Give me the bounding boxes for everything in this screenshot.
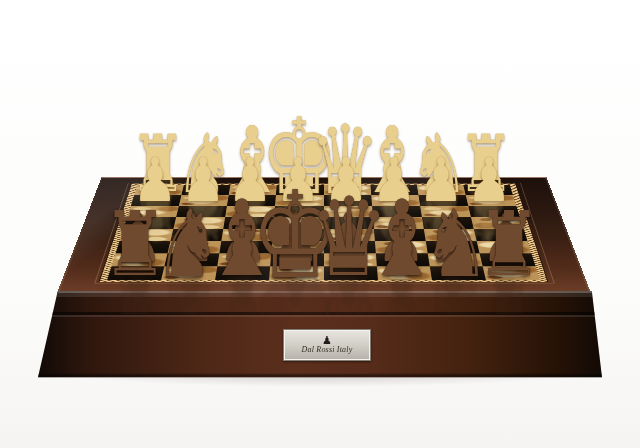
pieces-layer: ♜♞♝♚♛♝♞♜♟♟♟♟♟♟♟♟♟♟♟♟♟♟♟♟♜♞♝♚♛♝♞♜	[0, 0, 640, 448]
piece-black-rook[interactable]: ♜	[477, 200, 543, 289]
chess-set-product-photo: ♟ Dal Rossi Italy ♜♞♝♚♛♝♞♜♟♟♟♟♟♟♟♟♟♟♟♟♟♟…	[0, 0, 640, 448]
